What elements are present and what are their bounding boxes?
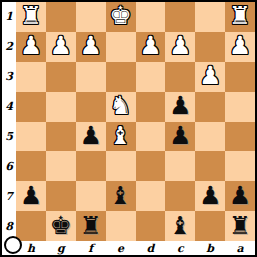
- square-e1[interactable]: ♚: [106, 2, 136, 32]
- black-king[interactable]: ♚: [50, 213, 72, 238]
- rank-label-6: 6: [2, 151, 16, 181]
- square-b5[interactable]: [195, 122, 225, 152]
- square-a5[interactable]: [225, 122, 255, 152]
- square-f1[interactable]: [76, 2, 106, 32]
- rank-label-2: 2: [2, 32, 16, 62]
- square-a2[interactable]: ♟: [225, 32, 255, 62]
- square-e3[interactable]: [106, 62, 136, 92]
- square-f2[interactable]: ♟: [76, 32, 106, 62]
- square-h8[interactable]: [16, 211, 46, 241]
- chessboard-frame: 1♜♚♜2♟♟♟♟♟♟3♟4♞♟5♟♝♟67♟♝♟♟8♚♜♝♜hgfedcba: [0, 0, 257, 257]
- square-g5[interactable]: [46, 122, 76, 152]
- white-pawn[interactable]: ♟: [199, 63, 221, 88]
- square-g7[interactable]: [46, 181, 76, 211]
- square-b1[interactable]: [195, 2, 225, 32]
- square-e6[interactable]: [106, 151, 136, 181]
- file-label-g: g: [46, 241, 76, 255]
- file-label-a: a: [225, 241, 255, 255]
- black-pawn[interactable]: ♟: [199, 183, 221, 208]
- square-g1[interactable]: [46, 2, 76, 32]
- square-h2[interactable]: ♟: [16, 32, 46, 62]
- square-c6[interactable]: [165, 151, 195, 181]
- square-d1[interactable]: [136, 2, 166, 32]
- black-bishop[interactable]: ♝: [169, 213, 191, 238]
- square-a6[interactable]: [225, 151, 255, 181]
- square-d4[interactable]: [136, 92, 166, 122]
- square-d8[interactable]: [136, 211, 166, 241]
- white-rook[interactable]: ♜: [229, 3, 251, 28]
- chessboard: 1♜♚♜2♟♟♟♟♟♟3♟4♞♟5♟♝♟67♟♝♟♟8♚♜♝♜hgfedcba: [2, 2, 255, 255]
- white-pawn[interactable]: ♟: [139, 33, 161, 58]
- square-c3[interactable]: [165, 62, 195, 92]
- square-b8[interactable]: [195, 211, 225, 241]
- white-king[interactable]: ♚: [109, 3, 131, 28]
- square-a4[interactable]: [225, 92, 255, 122]
- white-pawn[interactable]: ♟: [50, 33, 72, 58]
- square-e8[interactable]: [106, 211, 136, 241]
- file-label-f: f: [76, 241, 106, 255]
- square-d6[interactable]: [136, 151, 166, 181]
- square-f3[interactable]: [76, 62, 106, 92]
- square-d3[interactable]: [136, 62, 166, 92]
- black-pawn[interactable]: ♟: [169, 93, 191, 118]
- square-e7[interactable]: ♝: [106, 181, 136, 211]
- square-g4[interactable]: [46, 92, 76, 122]
- black-rook[interactable]: ♜: [79, 213, 101, 238]
- file-label-e: e: [106, 241, 136, 255]
- square-a8[interactable]: ♜: [225, 211, 255, 241]
- square-c7[interactable]: [165, 181, 195, 211]
- square-h1[interactable]: ♜: [16, 2, 46, 32]
- white-bishop[interactable]: ♝: [109, 123, 131, 148]
- square-c5[interactable]: ♟: [165, 122, 195, 152]
- square-g8[interactable]: ♚: [46, 211, 76, 241]
- square-d7[interactable]: [136, 181, 166, 211]
- square-f6[interactable]: [76, 151, 106, 181]
- file-label-d: d: [136, 241, 166, 255]
- rank-label-5: 5: [2, 122, 16, 152]
- white-knight[interactable]: ♞: [109, 93, 131, 118]
- white-pawn[interactable]: ♟: [169, 33, 191, 58]
- square-f4[interactable]: [76, 92, 106, 122]
- square-c8[interactable]: ♝: [165, 211, 195, 241]
- square-d5[interactable]: [136, 122, 166, 152]
- square-a7[interactable]: ♟: [225, 181, 255, 211]
- rank-label-1: 1: [2, 2, 16, 32]
- square-h5[interactable]: [16, 122, 46, 152]
- square-g3[interactable]: [46, 62, 76, 92]
- file-label-b: b: [195, 241, 225, 255]
- white-to-move-indicator: [4, 236, 22, 254]
- square-c1[interactable]: [165, 2, 195, 32]
- square-b4[interactable]: [195, 92, 225, 122]
- black-rook[interactable]: ♜: [229, 213, 251, 238]
- rank-label-7: 7: [2, 181, 16, 211]
- square-e4[interactable]: ♞: [106, 92, 136, 122]
- black-pawn[interactable]: ♟: [79, 123, 101, 148]
- square-f8[interactable]: ♜: [76, 211, 106, 241]
- square-c4[interactable]: ♟: [165, 92, 195, 122]
- square-d2[interactable]: ♟: [136, 32, 166, 62]
- white-rook[interactable]: ♜: [20, 3, 42, 28]
- square-e2[interactable]: [106, 32, 136, 62]
- square-a3[interactable]: [225, 62, 255, 92]
- square-b3[interactable]: ♟: [195, 62, 225, 92]
- square-h7[interactable]: ♟: [16, 181, 46, 211]
- square-f5[interactable]: ♟: [76, 122, 106, 152]
- black-pawn[interactable]: ♟: [169, 123, 191, 148]
- square-f7[interactable]: [76, 181, 106, 211]
- square-b6[interactable]: [195, 151, 225, 181]
- square-b7[interactable]: ♟: [195, 181, 225, 211]
- black-pawn[interactable]: ♟: [20, 183, 42, 208]
- black-pawn[interactable]: ♟: [229, 183, 251, 208]
- square-g2[interactable]: ♟: [46, 32, 76, 62]
- black-bishop[interactable]: ♝: [109, 183, 131, 208]
- white-pawn[interactable]: ♟: [79, 33, 101, 58]
- square-c2[interactable]: ♟: [165, 32, 195, 62]
- square-g6[interactable]: [46, 151, 76, 181]
- square-h4[interactable]: [16, 92, 46, 122]
- rank-label-3: 3: [2, 62, 16, 92]
- white-pawn[interactable]: ♟: [229, 33, 251, 58]
- square-e5[interactable]: ♝: [106, 122, 136, 152]
- square-a1[interactable]: ♜: [225, 2, 255, 32]
- square-h3[interactable]: [16, 62, 46, 92]
- file-label-c: c: [165, 241, 195, 255]
- square-h6[interactable]: [16, 151, 46, 181]
- rank-label-4: 4: [2, 92, 16, 122]
- square-b2[interactable]: [195, 32, 225, 62]
- white-pawn[interactable]: ♟: [20, 33, 42, 58]
